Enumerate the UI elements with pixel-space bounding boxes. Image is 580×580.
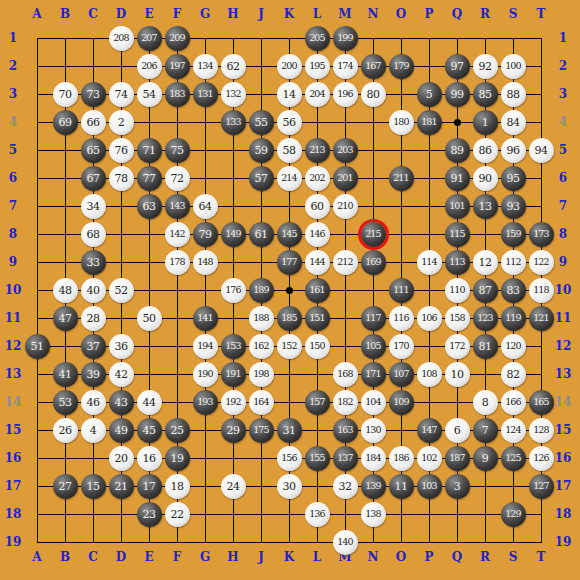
board-intersection-B14[interactable]: 53 [51,388,79,416]
board-intersection-D6[interactable]: 78 [107,164,135,192]
board-intersection-T10[interactable]: 118 [527,276,555,304]
board-intersection-C17[interactable]: 15 [79,472,107,500]
board-intersection-R15[interactable]: 7 [471,416,499,444]
board-intersection-K11[interactable]: 185 [275,304,303,332]
board-intersection-G4[interactable] [191,108,219,136]
board-intersection-P6[interactable] [415,164,443,192]
board-intersection-C11[interactable]: 28 [79,304,107,332]
board-intersection-K15[interactable]: 31 [275,416,303,444]
board-intersection-S18[interactable]: 129 [499,500,527,528]
board-intersection-E14[interactable]: 44 [135,388,163,416]
board-intersection-E10[interactable] [135,276,163,304]
board-intersection-G19[interactable] [191,528,219,556]
board-intersection-O5[interactable] [387,136,415,164]
board-intersection-L17[interactable] [303,472,331,500]
board-intersection-Q3[interactable]: 99 [443,80,471,108]
board-intersection-P11[interactable]: 106 [415,304,443,332]
board-intersection-N6[interactable] [359,164,387,192]
board-intersection-R1[interactable] [471,24,499,52]
board-intersection-B11[interactable]: 47 [51,304,79,332]
board-intersection-P3[interactable]: 5 [415,80,443,108]
board-intersection-C5[interactable]: 65 [79,136,107,164]
board-intersection-T8[interactable]: 173 [527,220,555,248]
board-intersection-B9[interactable] [51,248,79,276]
board-intersection-H16[interactable] [219,444,247,472]
board-intersection-F1[interactable]: 209 [163,24,191,52]
board-intersection-A9[interactable] [23,248,51,276]
board-intersection-G10[interactable] [191,276,219,304]
board-intersection-Q19[interactable] [443,528,471,556]
board-intersection-F18[interactable]: 22 [163,500,191,528]
board-intersection-R6[interactable]: 90 [471,164,499,192]
board-intersection-N13[interactable]: 171 [359,360,387,388]
board-intersection-G7[interactable]: 64 [191,192,219,220]
board-intersection-H18[interactable] [219,500,247,528]
board-intersection-J13[interactable]: 198 [247,360,275,388]
board-intersection-Q9[interactable]: 113 [443,248,471,276]
board-intersection-R11[interactable]: 123 [471,304,499,332]
board-intersection-N17[interactable]: 139 [359,472,387,500]
board-intersection-K7[interactable] [275,192,303,220]
board-intersection-D12[interactable]: 36 [107,332,135,360]
board-intersection-B1[interactable] [51,24,79,52]
board-intersection-A15[interactable] [23,416,51,444]
board-intersection-C12[interactable]: 37 [79,332,107,360]
board-intersection-K19[interactable] [275,528,303,556]
board-intersection-S10[interactable]: 83 [499,276,527,304]
board-intersection-K3[interactable]: 14 [275,80,303,108]
board-intersection-E17[interactable]: 17 [135,472,163,500]
board-intersection-E12[interactable] [135,332,163,360]
board-intersection-P19[interactable] [415,528,443,556]
board-intersection-J6[interactable]: 57 [247,164,275,192]
board-intersection-L9[interactable]: 144 [303,248,331,276]
board-intersection-N5[interactable] [359,136,387,164]
board-intersection-C3[interactable]: 73 [79,80,107,108]
board-intersection-Q12[interactable]: 172 [443,332,471,360]
board-intersection-J15[interactable]: 175 [247,416,275,444]
board-intersection-L18[interactable]: 136 [303,500,331,528]
board-intersection-G8[interactable]: 79 [191,220,219,248]
board-intersection-T16[interactable]: 126 [527,444,555,472]
board-intersection-N11[interactable]: 117 [359,304,387,332]
board-intersection-C14[interactable]: 46 [79,388,107,416]
board-intersection-S13[interactable]: 82 [499,360,527,388]
board-intersection-A6[interactable] [23,164,51,192]
board-intersection-K9[interactable]: 177 [275,248,303,276]
board-intersection-H12[interactable]: 153 [219,332,247,360]
board-intersection-G1[interactable] [191,24,219,52]
board-intersection-O10[interactable]: 111 [387,276,415,304]
board-intersection-K18[interactable] [275,500,303,528]
board-intersection-K1[interactable] [275,24,303,52]
board-intersection-Q2[interactable]: 97 [443,52,471,80]
board-intersection-R2[interactable]: 92 [471,52,499,80]
board-intersection-P15[interactable]: 147 [415,416,443,444]
board-intersection-F19[interactable] [163,528,191,556]
board-intersection-B5[interactable] [51,136,79,164]
board-intersection-O19[interactable] [387,528,415,556]
board-intersection-J16[interactable] [247,444,275,472]
board-intersection-T11[interactable]: 121 [527,304,555,332]
board-intersection-M1[interactable]: 199 [331,24,359,52]
board-intersection-A16[interactable] [23,444,51,472]
board-intersection-L8[interactable]: 146 [303,220,331,248]
board-intersection-P1[interactable] [415,24,443,52]
board-intersection-J8[interactable]: 61 [247,220,275,248]
board-intersection-A1[interactable] [23,24,51,52]
board-intersection-G18[interactable] [191,500,219,528]
board-intersection-T5[interactable]: 94 [527,136,555,164]
board-intersection-E6[interactable]: 77 [135,164,163,192]
board-intersection-Q15[interactable]: 6 [443,416,471,444]
board-intersection-T9[interactable]: 122 [527,248,555,276]
board-intersection-O7[interactable] [387,192,415,220]
board-intersection-F10[interactable] [163,276,191,304]
board-intersection-Q10[interactable]: 110 [443,276,471,304]
board-intersection-F13[interactable] [163,360,191,388]
board-intersection-P7[interactable] [415,192,443,220]
board-intersection-A17[interactable] [23,472,51,500]
board-intersection-M9[interactable]: 212 [331,248,359,276]
board-intersection-T7[interactable] [527,192,555,220]
board-intersection-D14[interactable]: 43 [107,388,135,416]
board-intersection-F15[interactable]: 25 [163,416,191,444]
board-intersection-G5[interactable] [191,136,219,164]
board-intersection-D18[interactable] [107,500,135,528]
board-intersection-O4[interactable]: 180 [387,108,415,136]
board-intersection-B8[interactable] [51,220,79,248]
board-intersection-T15[interactable]: 128 [527,416,555,444]
board-intersection-E8[interactable] [135,220,163,248]
board-intersection-H9[interactable] [219,248,247,276]
board-intersection-M12[interactable] [331,332,359,360]
board-intersection-C18[interactable] [79,500,107,528]
board-intersection-B12[interactable] [51,332,79,360]
board-intersection-Q1[interactable] [443,24,471,52]
board-intersection-R14[interactable]: 8 [471,388,499,416]
board-intersection-Q4[interactable] [443,108,471,136]
board-intersection-H6[interactable] [219,164,247,192]
board-intersection-K13[interactable] [275,360,303,388]
board-intersection-O11[interactable]: 116 [387,304,415,332]
board-intersection-B7[interactable] [51,192,79,220]
board-intersection-H11[interactable] [219,304,247,332]
board-intersection-E15[interactable]: 45 [135,416,163,444]
board-intersection-Q5[interactable]: 89 [443,136,471,164]
board-intersection-J12[interactable]: 162 [247,332,275,360]
board-intersection-L1[interactable]: 205 [303,24,331,52]
board-intersection-L4[interactable] [303,108,331,136]
board-intersection-L7[interactable]: 60 [303,192,331,220]
board-intersection-C16[interactable] [79,444,107,472]
board-intersection-H10[interactable]: 176 [219,276,247,304]
board-intersection-L15[interactable] [303,416,331,444]
board-intersection-E4[interactable] [135,108,163,136]
board-intersection-K2[interactable]: 200 [275,52,303,80]
board-intersection-T19[interactable] [527,528,555,556]
board-intersection-N19[interactable] [359,528,387,556]
board-intersection-O8[interactable] [387,220,415,248]
board-intersection-R4[interactable]: 1 [471,108,499,136]
board-intersection-G13[interactable]: 190 [191,360,219,388]
board-intersection-T17[interactable]: 127 [527,472,555,500]
board-intersection-L19[interactable] [303,528,331,556]
board-intersection-N2[interactable]: 167 [359,52,387,80]
board-intersection-Q8[interactable]: 115 [443,220,471,248]
board-intersection-K8[interactable]: 145 [275,220,303,248]
board-intersection-J19[interactable] [247,528,275,556]
board-intersection-N16[interactable]: 184 [359,444,387,472]
board-intersection-M3[interactable]: 196 [331,80,359,108]
board-intersection-L14[interactable]: 157 [303,388,331,416]
board-intersection-J1[interactable] [247,24,275,52]
board-intersection-G11[interactable]: 141 [191,304,219,332]
board-intersection-F14[interactable] [163,388,191,416]
board-intersection-B15[interactable]: 26 [51,416,79,444]
board-intersection-Q18[interactable] [443,500,471,528]
board-intersection-P8[interactable] [415,220,443,248]
board-intersection-D13[interactable]: 42 [107,360,135,388]
board-intersection-E11[interactable]: 50 [135,304,163,332]
board-intersection-D5[interactable]: 76 [107,136,135,164]
board-intersection-R3[interactable]: 85 [471,80,499,108]
board-intersection-H2[interactable]: 62 [219,52,247,80]
board-intersection-F6[interactable]: 72 [163,164,191,192]
board-intersection-J18[interactable] [247,500,275,528]
board-intersection-O14[interactable]: 109 [387,388,415,416]
board-intersection-J4[interactable]: 55 [247,108,275,136]
board-intersection-E19[interactable] [135,528,163,556]
board-intersection-L3[interactable]: 204 [303,80,331,108]
board-intersection-C10[interactable]: 40 [79,276,107,304]
board-intersection-B3[interactable]: 70 [51,80,79,108]
board-intersection-R9[interactable]: 12 [471,248,499,276]
board-intersection-D7[interactable] [107,192,135,220]
board-intersection-A3[interactable] [23,80,51,108]
board-intersection-G9[interactable]: 148 [191,248,219,276]
board-intersection-S8[interactable]: 159 [499,220,527,248]
board-intersection-T13[interactable] [527,360,555,388]
board-intersection-K6[interactable]: 214 [275,164,303,192]
board-intersection-Q16[interactable]: 187 [443,444,471,472]
board-intersection-M18[interactable] [331,500,359,528]
board-intersection-N15[interactable]: 130 [359,416,387,444]
board-intersection-H15[interactable]: 29 [219,416,247,444]
board-intersection-P17[interactable]: 103 [415,472,443,500]
board-intersection-R12[interactable]: 81 [471,332,499,360]
board-intersection-C13[interactable]: 39 [79,360,107,388]
board-intersection-P13[interactable]: 108 [415,360,443,388]
board-intersection-K5[interactable]: 58 [275,136,303,164]
board-intersection-A5[interactable] [23,136,51,164]
board-intersection-G16[interactable] [191,444,219,472]
board-intersection-S12[interactable]: 120 [499,332,527,360]
board-intersection-O17[interactable]: 11 [387,472,415,500]
board-intersection-D8[interactable] [107,220,135,248]
board-intersection-S16[interactable]: 125 [499,444,527,472]
board-intersection-D9[interactable] [107,248,135,276]
board-intersection-R17[interactable] [471,472,499,500]
board-intersection-H13[interactable]: 191 [219,360,247,388]
board-intersection-J10[interactable]: 189 [247,276,275,304]
board-intersection-T12[interactable] [527,332,555,360]
board-intersection-C9[interactable]: 33 [79,248,107,276]
board-intersection-T6[interactable] [527,164,555,192]
board-intersection-M6[interactable]: 201 [331,164,359,192]
board-intersection-J3[interactable] [247,80,275,108]
board-intersection-B17[interactable]: 27 [51,472,79,500]
board-intersection-B6[interactable] [51,164,79,192]
board-intersection-E18[interactable]: 23 [135,500,163,528]
board-intersection-J17[interactable] [247,472,275,500]
board-intersection-D15[interactable]: 49 [107,416,135,444]
board-intersection-F2[interactable]: 197 [163,52,191,80]
board-intersection-R16[interactable]: 9 [471,444,499,472]
board-intersection-L16[interactable]: 155 [303,444,331,472]
board-intersection-N1[interactable] [359,24,387,52]
board-intersection-E1[interactable]: 207 [135,24,163,52]
board-intersection-R7[interactable]: 13 [471,192,499,220]
board-intersection-R18[interactable] [471,500,499,528]
board-intersection-M14[interactable]: 182 [331,388,359,416]
board-intersection-C19[interactable] [79,528,107,556]
board-intersection-N8[interactable]: 215 [359,220,387,248]
board-intersection-F7[interactable]: 143 [163,192,191,220]
board-intersection-Q17[interactable]: 3 [443,472,471,500]
board-intersection-F4[interactable] [163,108,191,136]
board-intersection-C4[interactable]: 66 [79,108,107,136]
board-intersection-M4[interactable] [331,108,359,136]
board-intersection-L12[interactable]: 150 [303,332,331,360]
board-intersection-C1[interactable] [79,24,107,52]
board-intersection-A10[interactable] [23,276,51,304]
board-intersection-B19[interactable] [51,528,79,556]
board-intersection-F11[interactable] [163,304,191,332]
board-intersection-M11[interactable] [331,304,359,332]
board-intersection-R10[interactable]: 87 [471,276,499,304]
board-intersection-O12[interactable]: 170 [387,332,415,360]
board-intersection-H7[interactable] [219,192,247,220]
board-intersection-N14[interactable]: 104 [359,388,387,416]
board-intersection-O2[interactable]: 179 [387,52,415,80]
board-intersection-P2[interactable] [415,52,443,80]
board-intersection-T18[interactable] [527,500,555,528]
board-intersection-M2[interactable]: 174 [331,52,359,80]
board-intersection-O9[interactable] [387,248,415,276]
board-intersection-S5[interactable]: 96 [499,136,527,164]
board-intersection-D16[interactable]: 20 [107,444,135,472]
board-intersection-J7[interactable] [247,192,275,220]
board-intersection-L13[interactable] [303,360,331,388]
board-intersection-A2[interactable] [23,52,51,80]
board-intersection-B10[interactable]: 48 [51,276,79,304]
board-intersection-T3[interactable] [527,80,555,108]
board-intersection-A8[interactable] [23,220,51,248]
board-intersection-K4[interactable]: 56 [275,108,303,136]
board-intersection-T1[interactable] [527,24,555,52]
board-intersection-G15[interactable] [191,416,219,444]
board-intersection-H5[interactable] [219,136,247,164]
board-intersection-S9[interactable]: 112 [499,248,527,276]
board-intersection-M7[interactable]: 210 [331,192,359,220]
board-intersection-G3[interactable]: 131 [191,80,219,108]
board-intersection-M13[interactable]: 168 [331,360,359,388]
board-intersection-D17[interactable]: 21 [107,472,135,500]
board-intersection-M19[interactable]: 140 [331,528,359,556]
board-intersection-G6[interactable] [191,164,219,192]
board-intersection-T14[interactable]: 165 [527,388,555,416]
board-intersection-B2[interactable] [51,52,79,80]
board-intersection-Q11[interactable]: 158 [443,304,471,332]
board-intersection-H19[interactable] [219,528,247,556]
board-intersection-E5[interactable]: 71 [135,136,163,164]
board-intersection-A7[interactable] [23,192,51,220]
board-intersection-F8[interactable]: 142 [163,220,191,248]
board-intersection-S2[interactable]: 100 [499,52,527,80]
board-intersection-S14[interactable]: 166 [499,388,527,416]
board-intersection-S1[interactable] [499,24,527,52]
board-intersection-O13[interactable]: 107 [387,360,415,388]
board-intersection-P16[interactable]: 102 [415,444,443,472]
board-intersection-F5[interactable]: 75 [163,136,191,164]
board-intersection-F3[interactable]: 183 [163,80,191,108]
board-intersection-P5[interactable] [415,136,443,164]
board-intersection-D3[interactable]: 74 [107,80,135,108]
board-intersection-A11[interactable] [23,304,51,332]
board-intersection-O1[interactable] [387,24,415,52]
board-intersection-A18[interactable] [23,500,51,528]
board-intersection-B4[interactable]: 69 [51,108,79,136]
board-intersection-C8[interactable]: 68 [79,220,107,248]
board-intersection-H14[interactable]: 192 [219,388,247,416]
board-intersection-S6[interactable]: 95 [499,164,527,192]
board-intersection-H3[interactable]: 132 [219,80,247,108]
board-intersection-C7[interactable]: 34 [79,192,107,220]
board-intersection-P12[interactable] [415,332,443,360]
board-intersection-S19[interactable] [499,528,527,556]
board-intersection-P4[interactable]: 181 [415,108,443,136]
board-intersection-B16[interactable] [51,444,79,472]
board-intersection-M15[interactable]: 163 [331,416,359,444]
board-intersection-A4[interactable] [23,108,51,136]
board-intersection-N4[interactable] [359,108,387,136]
board-intersection-L6[interactable]: 202 [303,164,331,192]
board-intersection-M10[interactable] [331,276,359,304]
board-intersection-K14[interactable] [275,388,303,416]
board-intersection-M16[interactable]: 137 [331,444,359,472]
board-intersection-F12[interactable] [163,332,191,360]
board-intersection-H1[interactable] [219,24,247,52]
board-intersection-G17[interactable] [191,472,219,500]
board-intersection-N7[interactable] [359,192,387,220]
board-intersection-L5[interactable]: 213 [303,136,331,164]
board-intersection-S15[interactable]: 124 [499,416,527,444]
board-intersection-S7[interactable]: 93 [499,192,527,220]
board-intersection-N3[interactable]: 80 [359,80,387,108]
board-intersection-C2[interactable] [79,52,107,80]
board-intersection-H17[interactable]: 24 [219,472,247,500]
board-intersection-J11[interactable]: 188 [247,304,275,332]
board-intersection-L2[interactable]: 195 [303,52,331,80]
board-intersection-H4[interactable]: 133 [219,108,247,136]
board-intersection-F17[interactable]: 18 [163,472,191,500]
board-intersection-K16[interactable]: 156 [275,444,303,472]
board-intersection-R8[interactable] [471,220,499,248]
board-intersection-K10[interactable] [275,276,303,304]
board-intersection-J5[interactable]: 59 [247,136,275,164]
board-intersection-M17[interactable]: 32 [331,472,359,500]
